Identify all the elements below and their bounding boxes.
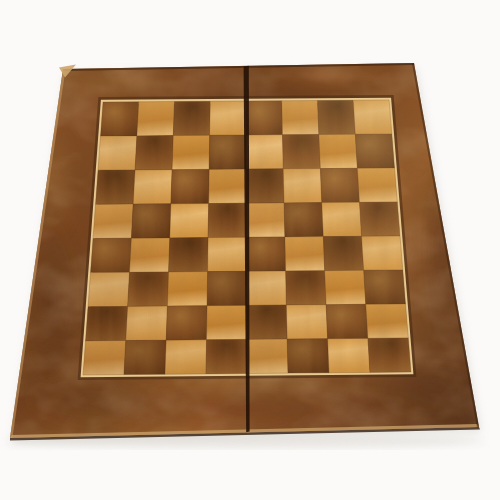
product-photo (0, 0, 500, 500)
chessboard-photo (0, 0, 500, 500)
